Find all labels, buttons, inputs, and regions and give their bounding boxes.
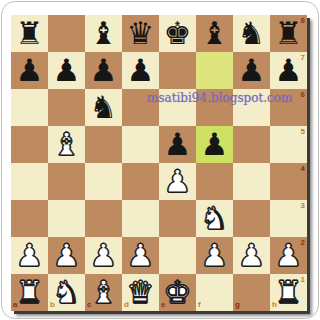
square-f8[interactable]: ♝ [196,15,233,52]
square-h3[interactable]: 3 [270,200,307,237]
square-a8[interactable]: ♜ [11,15,48,52]
square-h5[interactable]: 5 [270,126,307,163]
piece-white-bishop[interactable]: ♝ [48,126,85,163]
piece-white-pawn[interactable]: ♟ [270,237,307,274]
piece-white-knight[interactable]: ♞ [48,274,85,311]
square-g8[interactable]: ♞ [233,15,270,52]
square-e6[interactable] [159,89,196,126]
piece-black-pawn[interactable]: ♟ [11,52,48,89]
square-b5[interactable]: ♝ [48,126,85,163]
square-b1[interactable]: ♞b [48,274,85,311]
square-f6[interactable] [196,89,233,126]
piece-black-rook[interactable]: ♜ [11,15,48,52]
piece-black-pawn[interactable]: ♟ [196,126,233,163]
piece-white-pawn[interactable]: ♟ [48,237,85,274]
square-a2[interactable]: ♟ [11,237,48,274]
square-e4[interactable]: ♟ [159,163,196,200]
piece-black-knight[interactable]: ♞ [233,15,270,52]
piece-black-bishop[interactable]: ♝ [196,15,233,52]
square-e5[interactable]: ♟ [159,126,196,163]
square-a3[interactable] [11,200,48,237]
square-b3[interactable] [48,200,85,237]
piece-white-queen[interactable]: ♛ [122,274,159,311]
square-g5[interactable] [233,126,270,163]
square-d1[interactable]: ♛d [122,274,159,311]
square-c2[interactable]: ♟ [85,237,122,274]
piece-white-rook[interactable]: ♜ [270,274,307,311]
piece-black-rook[interactable]: ♜ [270,15,307,52]
square-b8[interactable] [48,15,85,52]
square-d7[interactable]: ♟ [122,52,159,89]
piece-black-queen[interactable]: ♛ [122,15,159,52]
square-g2[interactable]: ♟ [233,237,270,274]
square-a5[interactable] [11,126,48,163]
square-c6[interactable]: ♞ [85,89,122,126]
piece-black-pawn[interactable]: ♟ [85,52,122,89]
square-f7[interactable] [196,52,233,89]
piece-black-bishop[interactable]: ♝ [85,15,122,52]
file-label-g: g [235,301,240,309]
piece-black-knight[interactable]: ♞ [85,89,122,126]
square-f5[interactable]: ♟ [196,126,233,163]
square-g4[interactable] [233,163,270,200]
square-h1[interactable]: ♜1h [270,274,307,311]
square-f1[interactable]: f [196,274,233,311]
piece-white-king[interactable]: ♚ [159,274,196,311]
chess-board: ♜♝♛♚♝♞♜8♟♟♟♟♟♟7♞6♝♟♟5♟4♞3♟♟♟♟♟♟♟2♜a♞b♝c♛… [11,15,307,311]
square-c7[interactable]: ♟ [85,52,122,89]
square-h8[interactable]: ♜8 [270,15,307,52]
square-c4[interactable] [85,163,122,200]
square-b2[interactable]: ♟ [48,237,85,274]
square-a1[interactable]: ♜a [11,274,48,311]
square-c5[interactable] [85,126,122,163]
piece-white-pawn[interactable]: ♟ [159,163,196,200]
piece-white-pawn[interactable]: ♟ [233,237,270,274]
square-e8[interactable]: ♚ [159,15,196,52]
piece-black-king[interactable]: ♚ [159,15,196,52]
square-e2[interactable] [159,237,196,274]
piece-white-pawn[interactable]: ♟ [11,237,48,274]
piece-white-pawn[interactable]: ♟ [122,237,159,274]
square-e3[interactable] [159,200,196,237]
rank-label-3: 3 [301,202,305,210]
square-f2[interactable]: ♟ [196,237,233,274]
file-label-f: f [198,301,201,309]
screenshot-canvas: ♜♝♛♚♝♞♜8♟♟♟♟♟♟7♞6♝♟♟5♟4♞3♟♟♟♟♟♟♟2♜a♞b♝c♛… [0,0,320,320]
square-g1[interactable]: g [233,274,270,311]
piece-black-pawn[interactable]: ♟ [48,52,85,89]
square-e1[interactable]: ♚e [159,274,196,311]
rank-label-5: 5 [301,128,305,136]
square-b4[interactable] [48,163,85,200]
square-a6[interactable] [11,89,48,126]
square-f3[interactable]: ♞ [196,200,233,237]
square-d6[interactable] [122,89,159,126]
piece-black-pawn[interactable]: ♟ [233,52,270,89]
square-d8[interactable]: ♛ [122,15,159,52]
square-c8[interactable]: ♝ [85,15,122,52]
square-b6[interactable] [48,89,85,126]
square-g6[interactable] [233,89,270,126]
piece-black-pawn[interactable]: ♟ [159,126,196,163]
piece-black-pawn[interactable]: ♟ [122,52,159,89]
rank-label-4: 4 [301,165,305,173]
square-g3[interactable] [233,200,270,237]
square-h4[interactable]: 4 [270,163,307,200]
square-d5[interactable] [122,126,159,163]
square-h7[interactable]: ♟7 [270,52,307,89]
piece-white-knight[interactable]: ♞ [196,200,233,237]
piece-white-pawn[interactable]: ♟ [85,237,122,274]
piece-black-pawn[interactable]: ♟ [270,52,307,89]
square-h6[interactable]: 6 [270,89,307,126]
square-f4[interactable] [196,163,233,200]
square-d3[interactable] [122,200,159,237]
rank-label-6: 6 [301,91,305,99]
square-d4[interactable] [122,163,159,200]
square-e7[interactable] [159,52,196,89]
square-h2[interactable]: ♟2 [270,237,307,274]
square-a7[interactable]: ♟ [11,52,48,89]
piece-white-pawn[interactable]: ♟ [196,237,233,274]
square-d2[interactable]: ♟ [122,237,159,274]
square-a4[interactable] [11,163,48,200]
piece-white-rook[interactable]: ♜ [11,274,48,311]
square-c3[interactable] [85,200,122,237]
square-c1[interactable]: ♝c [85,274,122,311]
square-b7[interactable]: ♟ [48,52,85,89]
square-g7[interactable]: ♟ [233,52,270,89]
piece-white-bishop[interactable]: ♝ [85,274,122,311]
